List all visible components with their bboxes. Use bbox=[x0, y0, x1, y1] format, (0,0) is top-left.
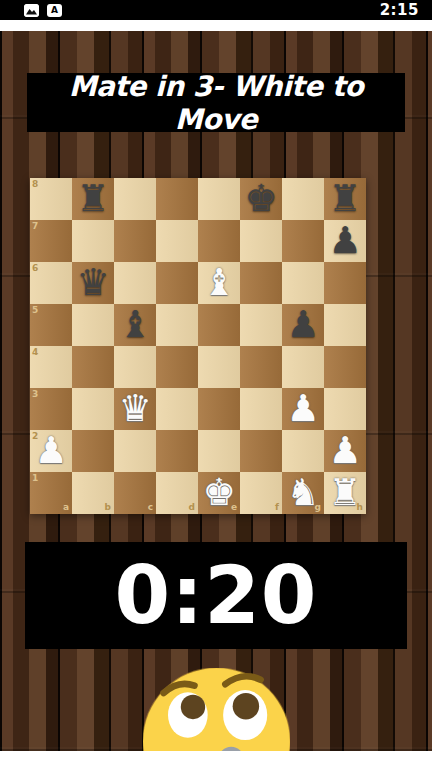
white-bishop-e6[interactable]: ♝ bbox=[198, 262, 240, 304]
square-b8[interactable]: ♜ bbox=[72, 178, 114, 220]
square-a2[interactable]: 2♟ bbox=[30, 430, 72, 472]
square-c7[interactable] bbox=[114, 220, 156, 262]
square-e8[interactable] bbox=[198, 178, 240, 220]
file-label-c: c bbox=[148, 503, 153, 512]
square-e3[interactable] bbox=[198, 388, 240, 430]
square-a6[interactable]: 6 bbox=[30, 262, 72, 304]
square-h4[interactable] bbox=[324, 346, 366, 388]
square-e7[interactable] bbox=[198, 220, 240, 262]
square-f8[interactable]: ♚ bbox=[240, 178, 282, 220]
square-a8[interactable]: 8 bbox=[30, 178, 72, 220]
square-f4[interactable] bbox=[240, 346, 282, 388]
square-c1[interactable]: c bbox=[114, 472, 156, 514]
square-a3[interactable]: 3 bbox=[30, 388, 72, 430]
square-c4[interactable] bbox=[114, 346, 156, 388]
square-c3[interactable]: ♛ bbox=[114, 388, 156, 430]
puzzle-title-banner: Mate in 3- White to Move bbox=[27, 73, 405, 132]
rank-label-4: 4 bbox=[32, 348, 38, 357]
file-label-d: d bbox=[189, 503, 195, 512]
square-d4[interactable] bbox=[156, 346, 198, 388]
white-queen-c3[interactable]: ♛ bbox=[114, 388, 156, 430]
white-pawn-h2[interactable]: ♟ bbox=[324, 430, 366, 472]
square-d8[interactable] bbox=[156, 178, 198, 220]
white-rook-h1[interactable]: ♜ bbox=[324, 472, 366, 514]
black-king-f8[interactable]: ♚ bbox=[240, 178, 282, 220]
rank-label-7: 7 bbox=[32, 222, 38, 231]
square-h5[interactable] bbox=[324, 304, 366, 346]
black-bishop-c5[interactable]: ♝ bbox=[114, 304, 156, 346]
square-h7[interactable]: ♟ bbox=[324, 220, 366, 262]
rank-label-8: 8 bbox=[32, 180, 38, 189]
square-b5[interactable] bbox=[72, 304, 114, 346]
square-g8[interactable] bbox=[282, 178, 324, 220]
square-h2[interactable]: ♟ bbox=[324, 430, 366, 472]
square-a1[interactable]: 1a bbox=[30, 472, 72, 514]
square-f2[interactable] bbox=[240, 430, 282, 472]
chess-board: 8♜♚♜7♟6♛♝5♝♟43♛♟2♟♟1abcde♚fg♞h♜ bbox=[30, 178, 366, 514]
a-notification-icon: A bbox=[47, 4, 62, 17]
square-e5[interactable] bbox=[198, 304, 240, 346]
square-d1[interactable]: d bbox=[156, 472, 198, 514]
white-knight-g1[interactable]: ♞ bbox=[282, 472, 324, 514]
square-e4[interactable] bbox=[198, 346, 240, 388]
square-a5[interactable]: 5 bbox=[30, 304, 72, 346]
rank-label-5: 5 bbox=[32, 306, 38, 315]
square-h1[interactable]: h♜ bbox=[324, 472, 366, 514]
square-h6[interactable] bbox=[324, 262, 366, 304]
rank-label-3: 3 bbox=[32, 390, 38, 399]
white-pawn-g3[interactable]: ♟ bbox=[282, 388, 324, 430]
square-d7[interactable] bbox=[156, 220, 198, 262]
square-d2[interactable] bbox=[156, 430, 198, 472]
video-content: Mate in 3- White to Move 8♜♚♜7♟6♛♝5♝♟43♛… bbox=[0, 31, 432, 751]
square-g5[interactable]: ♟ bbox=[282, 304, 324, 346]
black-queen-b6[interactable]: ♛ bbox=[72, 262, 114, 304]
square-a4[interactable]: 4 bbox=[30, 346, 72, 388]
square-d5[interactable] bbox=[156, 304, 198, 346]
square-b1[interactable]: b bbox=[72, 472, 114, 514]
puzzle-title: Mate in 3- White to Move bbox=[27, 70, 405, 136]
square-c5[interactable]: ♝ bbox=[114, 304, 156, 346]
square-d6[interactable] bbox=[156, 262, 198, 304]
rank-label-6: 6 bbox=[32, 264, 38, 273]
white-pawn-a2[interactable]: ♟ bbox=[30, 430, 72, 472]
top-white-strip bbox=[0, 20, 432, 31]
square-g3[interactable]: ♟ bbox=[282, 388, 324, 430]
square-g4[interactable] bbox=[282, 346, 324, 388]
square-f5[interactable] bbox=[240, 304, 282, 346]
square-c6[interactable] bbox=[114, 262, 156, 304]
square-f7[interactable] bbox=[240, 220, 282, 262]
clock-time: 2:15 bbox=[380, 0, 419, 20]
square-g7[interactable] bbox=[282, 220, 324, 262]
square-b7[interactable] bbox=[72, 220, 114, 262]
square-b2[interactable] bbox=[72, 430, 114, 472]
file-label-a: a bbox=[63, 503, 69, 512]
rolling-eyes-emoji-icon bbox=[143, 668, 290, 751]
file-label-b: b bbox=[105, 503, 111, 512]
rank-label-1: 1 bbox=[32, 474, 38, 483]
square-g6[interactable] bbox=[282, 262, 324, 304]
square-e6[interactable]: ♝ bbox=[198, 262, 240, 304]
countdown-timer: 0:20 bbox=[115, 549, 318, 642]
black-pawn-h7[interactable]: ♟ bbox=[324, 220, 366, 262]
square-g1[interactable]: g♞ bbox=[282, 472, 324, 514]
square-b3[interactable] bbox=[72, 388, 114, 430]
white-king-e1[interactable]: ♚ bbox=[198, 472, 240, 514]
square-h8[interactable]: ♜ bbox=[324, 178, 366, 220]
black-rook-b8[interactable]: ♜ bbox=[72, 178, 114, 220]
square-e2[interactable] bbox=[198, 430, 240, 472]
square-e1[interactable]: e♚ bbox=[198, 472, 240, 514]
notification-icons: A bbox=[24, 4, 62, 17]
square-h3[interactable] bbox=[324, 388, 366, 430]
square-g2[interactable] bbox=[282, 430, 324, 472]
black-rook-h8[interactable]: ♜ bbox=[324, 178, 366, 220]
square-c8[interactable] bbox=[114, 178, 156, 220]
image-notification-icon bbox=[24, 4, 39, 17]
bottom-white-strip bbox=[0, 751, 432, 768]
countdown-banner: 0:20 bbox=[25, 542, 407, 649]
square-f3[interactable] bbox=[240, 388, 282, 430]
square-b4[interactable] bbox=[72, 346, 114, 388]
file-label-f: f bbox=[275, 503, 279, 512]
square-c2[interactable] bbox=[114, 430, 156, 472]
square-a7[interactable]: 7 bbox=[30, 220, 72, 262]
square-f1[interactable]: f bbox=[240, 472, 282, 514]
square-f6[interactable] bbox=[240, 262, 282, 304]
square-d3[interactable] bbox=[156, 388, 198, 430]
square-b6[interactable]: ♛ bbox=[72, 262, 114, 304]
black-pawn-g5[interactable]: ♟ bbox=[282, 304, 324, 346]
status-bar: A 2:15 bbox=[0, 0, 432, 20]
